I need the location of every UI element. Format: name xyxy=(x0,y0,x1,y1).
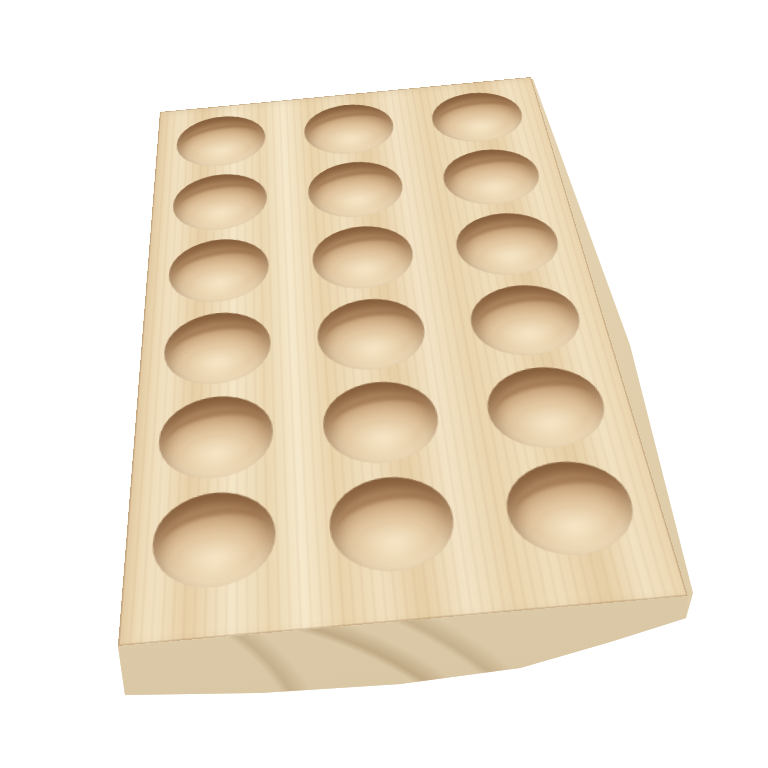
pit-r5c3[interactable] xyxy=(481,363,615,453)
pit-r2c3[interactable] xyxy=(439,146,546,209)
pit-r2c1[interactable] xyxy=(171,170,267,234)
pit-r5c2[interactable] xyxy=(321,377,444,468)
pit-r6c3[interactable] xyxy=(499,457,645,561)
pit-r4c1[interactable] xyxy=(162,308,271,388)
pit-r4c2[interactable] xyxy=(315,295,429,375)
pit-r5c1[interactable] xyxy=(157,392,274,483)
pit-r6c1[interactable] xyxy=(150,488,277,593)
pit-r1c2[interactable] xyxy=(303,101,397,158)
pit-r3c1[interactable] xyxy=(167,235,269,306)
product-photo xyxy=(0,0,768,768)
pit-r3c3[interactable] xyxy=(451,209,566,279)
pit-r2c2[interactable] xyxy=(307,158,407,221)
pit-r4c3[interactable] xyxy=(465,281,589,360)
mancala-board xyxy=(118,77,688,646)
pit-r3c2[interactable] xyxy=(311,222,418,293)
pit-r1c3[interactable] xyxy=(428,89,528,145)
pit-r1c1[interactable] xyxy=(175,113,266,170)
pit-r6c2[interactable] xyxy=(327,472,460,576)
